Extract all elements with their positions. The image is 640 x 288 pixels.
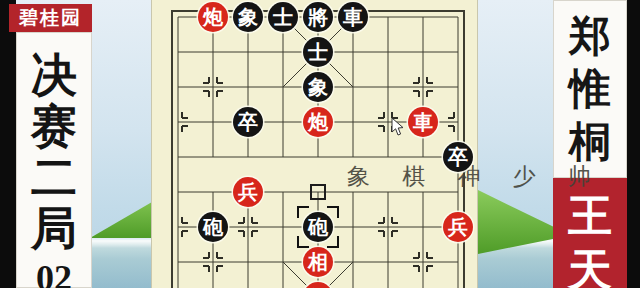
piece-black-cannon[interactable]: 砲 [198,212,228,242]
player-black-label: 郑惟桐 [569,0,611,169]
piece-red-soldier[interactable]: 兵 [233,177,263,207]
piece-black-elephant[interactable]: 象 [303,72,333,102]
event-card: 决赛二局 02 [16,32,92,288]
river-watermark-char: 少 [513,161,536,192]
piece-black-general[interactable]: 將 [303,2,333,32]
last-move-origin-marker [310,184,326,200]
piece-black-elephant[interactable]: 象 [233,2,263,32]
selected-piece-brackets [297,206,339,248]
piece-black-soldier[interactable]: 卒 [443,142,473,172]
piece-red-cannon[interactable]: 炮 [303,107,333,137]
piece-red-cannon[interactable]: 炮 [198,2,228,32]
sponsor-badge: 碧桂园 [9,4,92,32]
piece-black-soldier[interactable]: 卒 [233,107,263,137]
river-watermark-char: 帅 [568,161,591,192]
player-red-label: 王天 [568,178,612,288]
left-black-strip [0,0,16,288]
river-watermark-char: 棋 [402,161,425,192]
piece-black-advisor[interactable]: 士 [303,37,333,67]
mouse-cursor [391,117,405,137]
event-title: 决赛二局 [31,32,77,254]
piece-black-advisor[interactable]: 士 [268,2,298,32]
game-number: 02 [36,257,72,288]
piece-red-chariot[interactable]: 車 [408,107,438,137]
player-name-red: 王天 [553,178,627,288]
video-frame: 碧桂园 决赛二局 02 郑惟桐 王天 象棋神少帅 炮象士將車士象卒炮車卒兵砲砲兵… [0,0,640,288]
piece-red-soldier[interactable]: 兵 [443,212,473,242]
piece-black-chariot[interactable]: 車 [338,2,368,32]
piece-red-elephant[interactable]: 相 [303,247,333,277]
river-watermark-char: 象 [347,161,370,192]
right-black-strip [627,0,640,288]
player-name-black: 郑惟桐 [553,0,627,178]
